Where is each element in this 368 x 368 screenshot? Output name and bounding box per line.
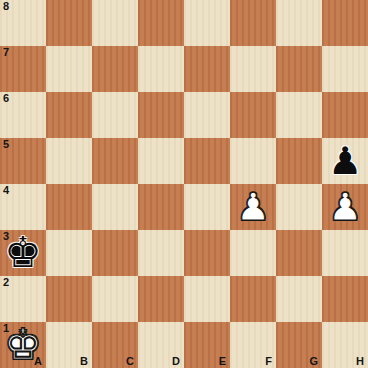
file-label-f: F <box>265 355 272 368</box>
square-c7[interactable] <box>92 46 138 92</box>
square-f6[interactable] <box>230 92 276 138</box>
square-f3[interactable] <box>230 230 276 276</box>
square-b6[interactable] <box>46 92 92 138</box>
chess-board: 8765♟4♟♟3♚21A♚BCDEFGH <box>0 0 368 368</box>
square-a3[interactable]: 3♚ <box>0 230 46 276</box>
square-h7[interactable] <box>322 46 368 92</box>
square-c6[interactable] <box>92 92 138 138</box>
square-d8[interactable] <box>138 0 184 46</box>
square-h2[interactable] <box>322 276 368 322</box>
square-h6[interactable] <box>322 92 368 138</box>
rank-label-3: 3 <box>3 230 9 243</box>
rank-label-7: 7 <box>3 46 9 59</box>
square-e3[interactable] <box>184 230 230 276</box>
square-c5[interactable] <box>92 138 138 184</box>
square-f7[interactable] <box>230 46 276 92</box>
file-label-e: E <box>219 355 226 368</box>
square-b5[interactable] <box>46 138 92 184</box>
square-c1[interactable]: C <box>92 322 138 368</box>
square-d2[interactable] <box>138 276 184 322</box>
square-f8[interactable] <box>230 0 276 46</box>
square-b2[interactable] <box>46 276 92 322</box>
square-d1[interactable]: D <box>138 322 184 368</box>
file-label-c: C <box>126 355 134 368</box>
rank-label-2: 2 <box>3 276 9 289</box>
square-g3[interactable] <box>276 230 322 276</box>
square-d5[interactable] <box>138 138 184 184</box>
square-f2[interactable] <box>230 276 276 322</box>
square-g7[interactable] <box>276 46 322 92</box>
black-king-a3[interactable]: ♚ <box>4 230 42 276</box>
square-d3[interactable] <box>138 230 184 276</box>
square-g1[interactable]: G <box>276 322 322 368</box>
square-e6[interactable] <box>184 92 230 138</box>
square-b4[interactable] <box>46 184 92 230</box>
square-a8[interactable]: 8 <box>0 0 46 46</box>
square-g2[interactable] <box>276 276 322 322</box>
square-e1[interactable]: E <box>184 322 230 368</box>
file-label-g: G <box>309 355 318 368</box>
file-label-h: H <box>356 355 364 368</box>
square-e2[interactable] <box>184 276 230 322</box>
square-e5[interactable] <box>184 138 230 184</box>
square-a1[interactable]: 1A♚ <box>0 322 46 368</box>
square-d4[interactable] <box>138 184 184 230</box>
rank-label-1: 1 <box>3 322 9 335</box>
rank-label-6: 6 <box>3 92 9 105</box>
square-f5[interactable] <box>230 138 276 184</box>
black-pawn-h5[interactable]: ♟ <box>328 138 362 184</box>
square-h4[interactable]: ♟ <box>322 184 368 230</box>
square-e7[interactable] <box>184 46 230 92</box>
square-g6[interactable] <box>276 92 322 138</box>
square-a7[interactable]: 7 <box>0 46 46 92</box>
square-h5[interactable]: ♟ <box>322 138 368 184</box>
square-e8[interactable] <box>184 0 230 46</box>
square-g5[interactable] <box>276 138 322 184</box>
square-a4[interactable]: 4 <box>0 184 46 230</box>
square-c3[interactable] <box>92 230 138 276</box>
square-b7[interactable] <box>46 46 92 92</box>
square-a6[interactable]: 6 <box>0 92 46 138</box>
white-pawn-f4[interactable]: ♟ <box>236 184 270 230</box>
square-g8[interactable] <box>276 0 322 46</box>
square-c2[interactable] <box>92 276 138 322</box>
square-b3[interactable] <box>46 230 92 276</box>
square-b8[interactable] <box>46 0 92 46</box>
square-f1[interactable]: F <box>230 322 276 368</box>
square-h3[interactable] <box>322 230 368 276</box>
square-c8[interactable] <box>92 0 138 46</box>
file-label-a: A <box>34 355 42 368</box>
white-pawn-h4[interactable]: ♟ <box>328 184 362 230</box>
square-g4[interactable] <box>276 184 322 230</box>
square-a5[interactable]: 5 <box>0 138 46 184</box>
square-d7[interactable] <box>138 46 184 92</box>
square-a2[interactable]: 2 <box>0 276 46 322</box>
rank-label-8: 8 <box>3 0 9 13</box>
square-d6[interactable] <box>138 92 184 138</box>
square-h8[interactable] <box>322 0 368 46</box>
rank-label-5: 5 <box>3 138 9 151</box>
rank-label-4: 4 <box>3 184 9 197</box>
square-b1[interactable]: B <box>46 322 92 368</box>
square-c4[interactable] <box>92 184 138 230</box>
file-label-d: D <box>172 355 180 368</box>
square-e4[interactable] <box>184 184 230 230</box>
file-label-b: B <box>80 355 88 368</box>
square-f4[interactable]: ♟ <box>230 184 276 230</box>
square-h1[interactable]: H <box>322 322 368 368</box>
